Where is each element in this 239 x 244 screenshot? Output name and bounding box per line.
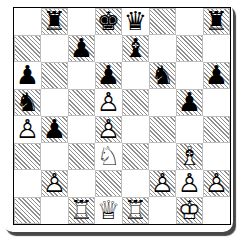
square-g5: ♟ [176,89,203,116]
white-pawn-icon: ♟♙ [149,170,176,197]
black-knight-icon: ♞ [149,62,176,89]
black-pawn-icon: ♟ [203,62,230,89]
white-bishop-icon: ♝♗ [176,143,203,170]
square-f5 [149,89,176,116]
square-a7 [14,35,41,62]
white-king-icon: ♚♔ [176,197,203,224]
white-pawn-icon: ♟♙ [176,170,203,197]
white-pawn-icon: ♟♙ [95,116,122,143]
square-b4: ♟ [41,116,68,143]
chess-diagram: ♜♚♛♜♟♝♟♟♞♟♞♟♙♟♟♙♟♟♙♞♘♝♗♟♙♟♙♟♙♟♙♜♖♛♕♜♖♚♔ [0,0,239,244]
square-f3 [149,143,176,170]
square-g7 [176,35,203,62]
black-pawn-icon: ♟ [14,62,41,89]
black-queen-icon: ♛ [122,8,149,35]
square-d4: ♟♙ [95,116,122,143]
white-rook-icon: ♜♖ [68,197,95,224]
black-bishop-icon: ♝ [122,35,149,62]
square-e7: ♝ [122,35,149,62]
square-f6: ♞ [149,62,176,89]
square-c5 [68,89,95,116]
square-c7: ♟ [68,35,95,62]
black-knight-icon: ♞ [14,89,41,116]
square-f8 [149,8,176,35]
square-a4: ♟♙ [14,116,41,143]
square-e8: ♛ [122,8,149,35]
square-e2 [122,170,149,197]
square-g2: ♟♙ [176,170,203,197]
square-e1: ♜♖ [122,197,149,224]
black-king-icon: ♚ [95,8,122,35]
square-c3 [68,143,95,170]
square-g6 [176,62,203,89]
square-d6: ♟ [95,62,122,89]
square-h6: ♟ [203,62,230,89]
square-g3: ♝♗ [176,143,203,170]
square-a2 [14,170,41,197]
square-d8: ♚ [95,8,122,35]
square-g8 [176,8,203,35]
black-pawn-icon: ♟ [95,62,122,89]
white-pawn-icon: ♟♙ [14,116,41,143]
square-g4 [176,116,203,143]
white-pawn-icon: ♟♙ [95,89,122,116]
square-b3 [41,143,68,170]
square-b7 [41,35,68,62]
square-c8 [68,8,95,35]
square-f1 [149,197,176,224]
black-rook-icon: ♜ [41,8,68,35]
board: ♜♚♛♜♟♝♟♟♞♟♞♟♙♟♟♙♟♟♙♞♘♝♗♟♙♟♙♟♙♟♙♜♖♛♕♜♖♚♔ [13,7,231,225]
square-h7 [203,35,230,62]
square-a1 [14,197,41,224]
square-a6: ♟ [14,62,41,89]
black-pawn-icon: ♟ [176,89,203,116]
square-b2: ♟♙ [41,170,68,197]
square-d7 [95,35,122,62]
square-e3 [122,143,149,170]
square-b6 [41,62,68,89]
square-h1 [203,197,230,224]
square-d1: ♛♕ [95,197,122,224]
square-c2 [68,170,95,197]
square-c4 [68,116,95,143]
square-h5 [203,89,230,116]
square-c6 [68,62,95,89]
square-f4 [149,116,176,143]
white-queen-icon: ♛♕ [95,197,122,224]
white-rook-icon: ♜♖ [122,197,149,224]
square-d5: ♟♙ [95,89,122,116]
square-f2: ♟♙ [149,170,176,197]
square-c1: ♜♖ [68,197,95,224]
square-h3 [203,143,230,170]
black-pawn-icon: ♟ [68,35,95,62]
square-a3 [14,143,41,170]
square-h8: ♜ [203,8,230,35]
square-a5: ♞ [14,89,41,116]
square-f7 [149,35,176,62]
square-g1: ♚♔ [176,197,203,224]
square-d2 [95,170,122,197]
square-h2: ♟♙ [203,170,230,197]
black-rook-icon: ♜ [203,8,230,35]
square-h4 [203,116,230,143]
square-e5 [122,89,149,116]
square-e6 [122,62,149,89]
square-a8 [14,8,41,35]
white-knight-icon: ♞♘ [95,143,122,170]
square-e4 [122,116,149,143]
black-pawn-icon: ♟ [41,116,68,143]
white-pawn-icon: ♟♙ [41,170,68,197]
square-b5 [41,89,68,116]
square-d3: ♞♘ [95,143,122,170]
white-pawn-icon: ♟♙ [203,170,230,197]
square-b8: ♜ [41,8,68,35]
square-b1 [41,197,68,224]
